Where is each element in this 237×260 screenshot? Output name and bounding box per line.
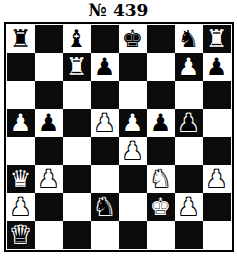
- black-pawn-piece: ♟: [206, 53, 228, 81]
- square-g8[interactable]: ♞: [175, 25, 203, 53]
- black-rook-piece: ♜: [10, 25, 32, 53]
- square-g5[interactable]: ♟: [175, 109, 203, 137]
- square-c8[interactable]: ♝: [63, 25, 91, 53]
- white-knight-piece: ♞: [150, 165, 172, 193]
- square-d1[interactable]: [91, 221, 119, 249]
- white-king-piece: ♚: [150, 193, 172, 221]
- square-b1[interactable]: [35, 221, 63, 249]
- square-h6[interactable]: [203, 81, 231, 109]
- square-h2[interactable]: [203, 193, 231, 221]
- square-c2[interactable]: [63, 193, 91, 221]
- square-a4[interactable]: [7, 137, 35, 165]
- square-c5[interactable]: [63, 109, 91, 137]
- white-pawn-piece: ♟: [178, 193, 200, 221]
- square-f2[interactable]: ♚: [147, 193, 175, 221]
- square-a7[interactable]: [7, 53, 35, 81]
- square-e4[interactable]: ♟: [119, 137, 147, 165]
- square-c7[interactable]: ♜: [63, 53, 91, 81]
- square-h5[interactable]: [203, 109, 231, 137]
- white-pawn-piece: ♟: [94, 109, 116, 137]
- square-a8[interactable]: ♜: [7, 25, 35, 53]
- square-g3[interactable]: [175, 165, 203, 193]
- puzzle-number: № 439: [0, 0, 237, 21]
- square-b4[interactable]: [35, 137, 63, 165]
- square-c6[interactable]: [63, 81, 91, 109]
- square-b7[interactable]: [35, 53, 63, 81]
- square-d6[interactable]: [91, 81, 119, 109]
- white-pawn-piece: ♟: [10, 109, 32, 137]
- black-queen-piece: ♛: [10, 221, 32, 249]
- square-e1[interactable]: [119, 221, 147, 249]
- square-g4[interactable]: [175, 137, 203, 165]
- square-e8[interactable]: ♚: [119, 25, 147, 53]
- white-pawn-piece: ♟: [122, 137, 144, 165]
- black-bishop-piece: ♝: [66, 25, 88, 53]
- white-rook-piece: ♜: [66, 53, 88, 81]
- square-b6[interactable]: [35, 81, 63, 109]
- square-b8[interactable]: [35, 25, 63, 53]
- square-b3[interactable]: ♟: [35, 165, 63, 193]
- square-g6[interactable]: [175, 81, 203, 109]
- white-pawn-piece: ♟: [10, 193, 32, 221]
- square-a6[interactable]: [7, 81, 35, 109]
- square-f7[interactable]: [147, 53, 175, 81]
- square-d2[interactable]: ♞: [91, 193, 119, 221]
- black-king-piece: ♚: [122, 25, 144, 53]
- square-e3[interactable]: [119, 165, 147, 193]
- square-a3[interactable]: ♛: [7, 165, 35, 193]
- square-h1[interactable]: [203, 221, 231, 249]
- white-pawn-piece: ♟: [122, 109, 144, 137]
- square-f8[interactable]: [147, 25, 175, 53]
- square-f5[interactable]: ♟: [147, 109, 175, 137]
- white-rook-piece: ♜: [206, 25, 228, 53]
- black-pawn-piece: ♟: [178, 109, 200, 137]
- black-knight-piece: ♞: [178, 25, 200, 53]
- white-pawn-piece: ♟: [206, 165, 228, 193]
- square-h4[interactable]: [203, 137, 231, 165]
- square-f3[interactable]: ♞: [147, 165, 175, 193]
- square-d8[interactable]: [91, 25, 119, 53]
- square-e7[interactable]: [119, 53, 147, 81]
- white-pawn-piece: ♟: [38, 165, 60, 193]
- square-b5[interactable]: ♟: [35, 109, 63, 137]
- square-e2[interactable]: [119, 193, 147, 221]
- chess-board-border: ♜♝♚♞♜♜♟♟♟♟♟♟♟♟♟♟♛♟♞♟♟♞♚♟♛: [4, 22, 234, 252]
- square-d5[interactable]: ♟: [91, 109, 119, 137]
- square-h7[interactable]: ♟: [203, 53, 231, 81]
- square-f6[interactable]: [147, 81, 175, 109]
- square-d4[interactable]: [91, 137, 119, 165]
- chess-board: ♜♝♚♞♜♜♟♟♟♟♟♟♟♟♟♟♛♟♞♟♟♞♚♟♛: [7, 25, 231, 249]
- square-c1[interactable]: [63, 221, 91, 249]
- square-b2[interactable]: [35, 193, 63, 221]
- black-pawn-piece: ♟: [94, 53, 116, 81]
- black-pawn-piece: ♟: [38, 109, 60, 137]
- square-a1[interactable]: ♛: [7, 221, 35, 249]
- square-a5[interactable]: ♟: [7, 109, 35, 137]
- square-d3[interactable]: [91, 165, 119, 193]
- white-queen-piece: ♛: [10, 165, 32, 193]
- square-e6[interactable]: [119, 81, 147, 109]
- square-f4[interactable]: [147, 137, 175, 165]
- square-d7[interactable]: ♟: [91, 53, 119, 81]
- puzzle-page: № 439 ♜♝♚♞♜♜♟♟♟♟♟♟♟♟♟♟♛♟♞♟♟♞♚♟♛: [0, 0, 237, 260]
- white-pawn-piece: ♟: [178, 53, 200, 81]
- square-c3[interactable]: [63, 165, 91, 193]
- square-c4[interactable]: [63, 137, 91, 165]
- square-g7[interactable]: ♟: [175, 53, 203, 81]
- square-h3[interactable]: ♟: [203, 165, 231, 193]
- square-g1[interactable]: [175, 221, 203, 249]
- black-knight-piece: ♞: [94, 193, 116, 221]
- black-pawn-piece: ♟: [150, 109, 172, 137]
- square-h8[interactable]: ♜: [203, 25, 231, 53]
- square-g2[interactable]: ♟: [175, 193, 203, 221]
- square-a2[interactable]: ♟: [7, 193, 35, 221]
- square-e5[interactable]: ♟: [119, 109, 147, 137]
- square-f1[interactable]: [147, 221, 175, 249]
